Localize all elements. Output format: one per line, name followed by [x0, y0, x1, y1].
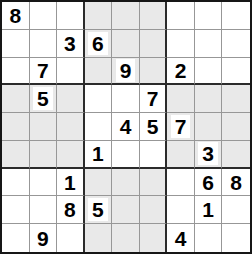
cell-r5c8[interactable] [195, 113, 223, 141]
cell-r1c3[interactable] [57, 2, 85, 30]
given-digit: 1 [60, 171, 80, 194]
cell-r8c3[interactable]: 8 [57, 196, 85, 224]
cell-r3c1[interactable] [2, 58, 30, 86]
given-digit: 6 [198, 171, 218, 194]
cell-r8c5[interactable] [112, 196, 140, 224]
cell-r6c2[interactable] [30, 141, 58, 169]
cell-r6c4[interactable]: 1 [85, 141, 113, 169]
given-digit: 6 [88, 32, 108, 55]
cell-r7c4[interactable] [85, 169, 113, 197]
cell-r6c3[interactable] [57, 141, 85, 169]
cell-r6c5[interactable] [112, 141, 140, 169]
cell-r5c1[interactable] [2, 113, 30, 141]
cell-r2c3[interactable]: 3 [57, 30, 85, 58]
cell-r9c3[interactable] [57, 224, 85, 252]
given-digit: 4 [171, 227, 191, 250]
cell-r3c9[interactable] [222, 58, 250, 86]
cell-r4c7[interactable] [167, 85, 195, 113]
given-digit: 5 [88, 198, 108, 221]
cell-r3c8[interactable] [195, 58, 223, 86]
cell-r3c4[interactable] [85, 58, 113, 86]
cell-r4c2[interactable]: 5 [30, 85, 58, 113]
given-digit: 7 [33, 59, 53, 82]
cell-r1c2[interactable] [30, 2, 58, 30]
cell-r7c6[interactable] [140, 169, 168, 197]
cell-r8c7[interactable] [167, 196, 195, 224]
given-digit: 8 [60, 198, 80, 221]
cell-r9c7[interactable]: 4 [167, 224, 195, 252]
cell-r5c9[interactable] [222, 113, 250, 141]
cell-r3c3[interactable] [57, 58, 85, 86]
cell-r4c1[interactable] [2, 85, 30, 113]
given-digit: 2 [171, 59, 191, 82]
given-digit: 7 [171, 115, 191, 138]
cell-r2c6[interactable] [140, 30, 168, 58]
cell-r7c9[interactable]: 8 [222, 169, 250, 197]
cell-r7c1[interactable] [2, 169, 30, 197]
cell-r2c9[interactable] [222, 30, 250, 58]
cell-r8c6[interactable] [140, 196, 168, 224]
cell-r8c9[interactable] [222, 196, 250, 224]
cell-r9c2[interactable]: 9 [30, 224, 58, 252]
cell-r8c1[interactable] [2, 196, 30, 224]
sudoku-board: 836792574571316885194 [0, 0, 252, 254]
cell-r2c7[interactable] [167, 30, 195, 58]
cell-r6c7[interactable] [167, 141, 195, 169]
given-digit: 1 [88, 142, 108, 165]
given-digit: 9 [33, 227, 53, 250]
cell-r5c6[interactable]: 5 [140, 113, 168, 141]
cell-r4c6[interactable]: 7 [140, 85, 168, 113]
cell-r4c3[interactable] [57, 85, 85, 113]
cell-r5c3[interactable] [57, 113, 85, 141]
given-digit: 5 [143, 115, 163, 138]
cell-r5c4[interactable] [85, 113, 113, 141]
cell-r5c5[interactable]: 4 [112, 113, 140, 141]
given-digit: 3 [198, 142, 218, 165]
given-digit: 9 [116, 59, 136, 82]
given-digit: 7 [143, 87, 163, 110]
cell-r3c7[interactable]: 2 [167, 58, 195, 86]
cell-r6c1[interactable] [2, 141, 30, 169]
cell-r2c1[interactable] [2, 30, 30, 58]
given-digit: 3 [60, 32, 80, 55]
cell-r2c8[interactable] [195, 30, 223, 58]
cell-r1c6[interactable] [140, 2, 168, 30]
cell-r9c5[interactable] [112, 224, 140, 252]
cell-r1c7[interactable] [167, 2, 195, 30]
cell-r2c4[interactable]: 6 [85, 30, 113, 58]
cell-r7c8[interactable]: 6 [195, 169, 223, 197]
cell-r3c5[interactable]: 9 [112, 58, 140, 86]
cell-r2c2[interactable] [30, 30, 58, 58]
cell-r7c5[interactable] [112, 169, 140, 197]
cell-r9c8[interactable] [195, 224, 223, 252]
cell-r9c1[interactable] [2, 224, 30, 252]
given-digit: 8 [5, 4, 25, 27]
cell-r5c7[interactable]: 7 [167, 113, 195, 141]
cell-r6c8[interactable]: 3 [195, 141, 223, 169]
cell-r1c4[interactable] [85, 2, 113, 30]
cell-r6c9[interactable] [222, 141, 250, 169]
cell-r4c5[interactable] [112, 85, 140, 113]
cell-r7c3[interactable]: 1 [57, 169, 85, 197]
cell-r6c6[interactable] [140, 141, 168, 169]
cell-r9c4[interactable] [85, 224, 113, 252]
cell-r3c2[interactable]: 7 [30, 58, 58, 86]
cell-r4c9[interactable] [222, 85, 250, 113]
cell-r4c4[interactable] [85, 85, 113, 113]
cell-r9c9[interactable] [222, 224, 250, 252]
cell-r8c4[interactable]: 5 [85, 196, 113, 224]
given-digit: 8 [226, 171, 246, 194]
cell-r1c5[interactable] [112, 2, 140, 30]
cell-r3c6[interactable] [140, 58, 168, 86]
cell-r1c1[interactable]: 8 [2, 2, 30, 30]
cell-r9c6[interactable] [140, 224, 168, 252]
cell-r2c5[interactable] [112, 30, 140, 58]
cell-r7c7[interactable] [167, 169, 195, 197]
cell-r1c8[interactable] [195, 2, 223, 30]
cell-r4c8[interactable] [195, 85, 223, 113]
cell-r8c2[interactable] [30, 196, 58, 224]
given-digit: 5 [33, 87, 53, 110]
cell-r8c8[interactable]: 1 [195, 196, 223, 224]
cell-r7c2[interactable] [30, 169, 58, 197]
given-digit: 1 [198, 198, 218, 221]
given-digit: 4 [116, 115, 136, 138]
cell-r5c2[interactable] [30, 113, 58, 141]
cell-r1c9[interactable] [222, 2, 250, 30]
